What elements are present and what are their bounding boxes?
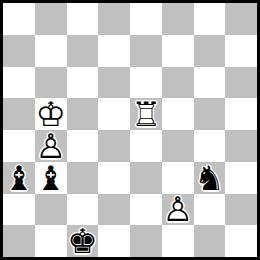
square-f5[interactable] xyxy=(162,98,194,130)
square-b1[interactable] xyxy=(35,225,67,257)
square-f7[interactable] xyxy=(162,35,194,67)
square-d3[interactable] xyxy=(98,162,130,194)
black-knight-g3: ♞ xyxy=(194,162,226,194)
square-f4[interactable] xyxy=(162,130,194,162)
square-h5[interactable] xyxy=(225,98,257,130)
black-bishop-glyph: ♝ xyxy=(3,162,35,194)
square-e3[interactable] xyxy=(130,162,162,194)
square-c8[interactable] xyxy=(67,3,99,35)
square-c4[interactable] xyxy=(67,130,99,162)
square-d4[interactable] xyxy=(98,130,130,162)
square-c5[interactable] xyxy=(67,98,99,130)
square-b7[interactable] xyxy=(35,35,67,67)
square-b4[interactable]: ♟♙ xyxy=(35,130,67,162)
white-pawn-outline-glyph: ♙ xyxy=(162,194,194,226)
white-pawn-outline-glyph: ♙ xyxy=(35,130,67,162)
square-h3[interactable] xyxy=(225,162,257,194)
square-d5[interactable] xyxy=(98,98,130,130)
square-d7[interactable] xyxy=(98,35,130,67)
square-g7[interactable] xyxy=(194,35,226,67)
black-king-glyph: ♚ xyxy=(67,225,99,257)
square-e7[interactable] xyxy=(130,35,162,67)
white-rook-outline-glyph: ♖ xyxy=(130,98,162,130)
square-g6[interactable] xyxy=(194,67,226,99)
black-bishop-a3: ♝ xyxy=(3,162,35,194)
square-a6[interactable] xyxy=(3,67,35,99)
square-a8[interactable] xyxy=(3,3,35,35)
square-d6[interactable] xyxy=(98,67,130,99)
square-d2[interactable] xyxy=(98,194,130,226)
square-g1[interactable] xyxy=(194,225,226,257)
black-king-c1: ♚ xyxy=(67,225,99,257)
square-h6[interactable] xyxy=(225,67,257,99)
square-c3[interactable] xyxy=(67,162,99,194)
square-g3[interactable]: ♞ xyxy=(194,162,226,194)
square-c1[interactable]: ♚ xyxy=(67,225,99,257)
square-g2[interactable] xyxy=(194,194,226,226)
chess-board: ♚♔♜♖♟♙♝♝♞♟♙♚ xyxy=(0,0,260,260)
square-f8[interactable] xyxy=(162,3,194,35)
black-bishop-glyph: ♝ xyxy=(35,162,67,194)
square-h4[interactable] xyxy=(225,130,257,162)
square-b3[interactable]: ♝ xyxy=(35,162,67,194)
square-a4[interactable] xyxy=(3,130,35,162)
square-h8[interactable] xyxy=(225,3,257,35)
square-d1[interactable] xyxy=(98,225,130,257)
square-h2[interactable] xyxy=(225,194,257,226)
square-b8[interactable] xyxy=(35,3,67,35)
square-e4[interactable] xyxy=(130,130,162,162)
square-h7[interactable] xyxy=(225,35,257,67)
square-a5[interactable] xyxy=(3,98,35,130)
square-f2[interactable]: ♟♙ xyxy=(162,194,194,226)
square-e8[interactable] xyxy=(130,3,162,35)
square-h1[interactable] xyxy=(225,225,257,257)
square-g4[interactable] xyxy=(194,130,226,162)
square-a1[interactable] xyxy=(3,225,35,257)
square-a2[interactable] xyxy=(3,194,35,226)
square-a7[interactable] xyxy=(3,35,35,67)
square-f1[interactable] xyxy=(162,225,194,257)
white-rook-e5: ♜♖ xyxy=(130,98,162,130)
square-g8[interactable] xyxy=(194,3,226,35)
square-b2[interactable] xyxy=(35,194,67,226)
square-e2[interactable] xyxy=(130,194,162,226)
white-pawn-f2: ♟♙ xyxy=(162,194,194,226)
square-e1[interactable] xyxy=(130,225,162,257)
black-knight-glyph: ♞ xyxy=(194,162,226,194)
square-e5[interactable]: ♜♖ xyxy=(130,98,162,130)
square-a3[interactable]: ♝ xyxy=(3,162,35,194)
square-d8[interactable] xyxy=(98,3,130,35)
black-bishop-b3: ♝ xyxy=(35,162,67,194)
square-c6[interactable] xyxy=(67,67,99,99)
square-g5[interactable] xyxy=(194,98,226,130)
square-c7[interactable] xyxy=(67,35,99,67)
white-pawn-b4: ♟♙ xyxy=(35,130,67,162)
square-f6[interactable] xyxy=(162,67,194,99)
